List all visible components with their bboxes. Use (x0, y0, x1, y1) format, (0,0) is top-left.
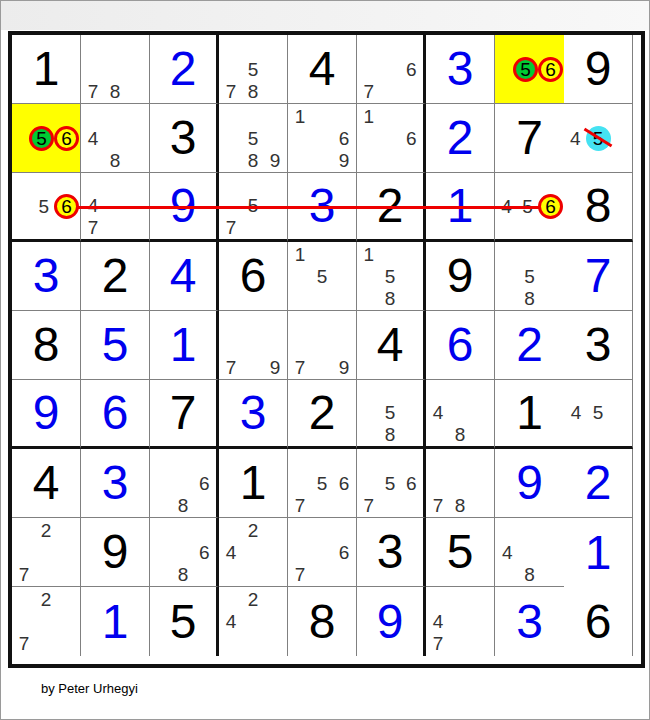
candidate-grid: 158 (358, 243, 422, 309)
given-digit: 1 (516, 389, 543, 437)
cell-r7c1[interactable]: 4 (12, 449, 81, 518)
cell-r5c8[interactable]: 2 (495, 311, 564, 380)
candidate-grid: 79 (220, 312, 286, 378)
candidate-5: 5 (34, 194, 55, 219)
solved-digit: 3 (102, 459, 129, 507)
given-digit: 3 (170, 114, 197, 162)
candidate-1: 1 (358, 243, 379, 265)
given-digit: 9 (447, 252, 474, 300)
candidate-4: 4 (565, 402, 587, 423)
candidate-grid: 48 (427, 381, 493, 445)
cell-r4c2[interactable]: 2 (81, 242, 150, 311)
candidate-8: 8 (242, 149, 264, 171)
candidate-7: 7 (289, 356, 311, 378)
candidate-6: 6 (401, 58, 422, 80)
solved-digit: 7 (585, 252, 612, 300)
cell-r8c1[interactable]: 27 (12, 518, 81, 587)
cell-r6c1[interactable]: 9 (12, 380, 81, 449)
solved-digit: 9 (33, 389, 60, 437)
cell-r1c6[interactable]: 67 (357, 35, 426, 104)
cell-r1c4[interactable]: 578 (219, 35, 288, 104)
candidate-7: 7 (220, 80, 242, 102)
given-digit: 2 (309, 389, 336, 437)
cell-r4c8[interactable]: 58 (495, 242, 564, 311)
cell-r1c1[interactable]: 1 (12, 35, 81, 104)
top-bar (1, 1, 649, 30)
candidate-7: 7 (13, 633, 35, 655)
given-digit: 9 (585, 45, 612, 93)
candidate-2: 2 (35, 519, 57, 541)
footer: by Peter Urhegyi (41, 681, 649, 696)
candidate-grid: 48 (82, 105, 148, 171)
cell-r2c8[interactable]: 7 (495, 104, 564, 173)
solved-digit: 3 (516, 598, 543, 646)
given-digit: 3 (377, 528, 404, 576)
candidate-grid: 169 (289, 105, 355, 171)
candidate-grid: 45 (565, 381, 631, 445)
cell-r5c2[interactable]: 5 (81, 311, 150, 380)
cell-r6c9[interactable]: 45 (564, 380, 633, 449)
red-link-line (70, 206, 553, 209)
given-digit: 4 (309, 45, 336, 93)
solved-digit: 2 (447, 114, 474, 162)
cell-r9c5[interactable]: 8 (288, 587, 357, 656)
cell-r8c7[interactable]: 5 (426, 518, 495, 587)
candidate-grid: 589 (220, 105, 286, 171)
solved-digit: 2 (516, 321, 543, 369)
candidate-grid: 78 (427, 450, 493, 516)
given-digit: 1 (33, 45, 60, 93)
cell-r2c1[interactable]: 56 (12, 104, 81, 173)
candidate-7: 7 (358, 80, 379, 102)
given-digit: 2 (102, 252, 129, 300)
candidate-7: 7 (289, 494, 311, 516)
cell-r7c7[interactable]: 78 (426, 449, 495, 518)
candidate-grid: 67 (289, 519, 355, 585)
candidate-grid: 56 (13, 174, 79, 238)
candidate-5: 5 (379, 402, 400, 423)
given-digit: 8 (33, 321, 60, 369)
cell-r7c2[interactable]: 3 (81, 449, 150, 518)
cell-r1c8[interactable]: 56 (495, 35, 564, 104)
solved-digit: 1 (102, 598, 129, 646)
candidate-2: 2 (242, 519, 264, 541)
candidate-4: 4 (427, 402, 449, 423)
solved-digit: 6 (102, 389, 129, 437)
cell-r9c1[interactable]: 27 (12, 587, 81, 656)
candidate-grid: 567 (289, 450, 355, 516)
cell-r3c9[interactable]: 8 (564, 173, 633, 242)
candidate-9: 9 (333, 149, 355, 171)
cell-r4c5[interactable]: 15 (288, 242, 357, 311)
cell-r9c6[interactable]: 9 (357, 587, 426, 656)
cell-r8c2[interactable]: 9 (81, 518, 150, 587)
candidate-8: 8 (104, 149, 126, 171)
candidate-5: 5 (513, 57, 538, 82)
cell-r2c4[interactable]: 589 (219, 104, 288, 173)
solved-digit: 9 (377, 598, 404, 646)
solved-digit: 2 (585, 459, 612, 507)
cell-r8c5[interactable]: 67 (288, 518, 357, 587)
candidate-9: 9 (264, 356, 286, 378)
candidate-grid: 78 (82, 36, 148, 102)
given-digit: 1 (240, 459, 267, 507)
candidate-4: 4 (427, 610, 449, 632)
cell-r6c3[interactable]: 7 (150, 380, 219, 449)
candidate-1: 1 (289, 243, 311, 265)
candidate-grid: 56 (496, 36, 563, 102)
cell-r7c8[interactable]: 9 (495, 449, 564, 518)
given-digit: 6 (240, 252, 267, 300)
candidate-8: 8 (449, 494, 471, 516)
candidate-6: 6 (194, 472, 215, 494)
candidate-7: 7 (220, 356, 242, 378)
cell-r1c2[interactable]: 78 (81, 35, 150, 104)
candidate-7: 7 (13, 563, 35, 585)
candidate-grid: 67 (358, 36, 422, 102)
candidate-6: 6 (538, 57, 563, 82)
elimination-slash (583, 127, 612, 147)
given-digit: 9 (102, 528, 129, 576)
cell-r1c9[interactable]: 9 (564, 35, 633, 104)
candidate-grid: 24 (220, 588, 286, 655)
candidate-grid: 58 (358, 381, 422, 445)
candidate-8: 8 (518, 563, 540, 585)
candidate-grid: 68 (151, 519, 215, 585)
given-digit: 7 (170, 389, 197, 437)
cell-r2c6[interactable]: 16 (357, 104, 426, 173)
cell-r7c6[interactable]: 567 (357, 449, 426, 518)
candidate-7: 7 (220, 217, 242, 238)
candidate-5: 5 (379, 472, 400, 494)
candidate-4: 4 (496, 541, 518, 563)
given-digit: 5 (170, 598, 197, 646)
candidate-6: 6 (54, 126, 79, 151)
candidate-7: 7 (82, 80, 104, 102)
candidate-8: 8 (379, 287, 400, 309)
cell-r8c4[interactable]: 24 (219, 518, 288, 587)
cell-r5c5[interactable]: 79 (288, 311, 357, 380)
solved-digit: 3 (33, 252, 60, 300)
cell-r9c9[interactable]: 6 (564, 587, 633, 656)
candidate-8: 8 (242, 80, 264, 102)
given-digit: 4 (377, 321, 404, 369)
candidate-grid: 56 (13, 105, 79, 171)
candidate-4: 4 (565, 126, 586, 151)
given-digit: 6 (585, 598, 612, 646)
cell-r6c7[interactable]: 48 (426, 380, 495, 449)
candidate-2: 2 (35, 588, 57, 610)
solved-digit: 5 (102, 321, 129, 369)
cell-r8c3[interactable]: 68 (150, 518, 219, 587)
cell-r2c2[interactable]: 48 (81, 104, 150, 173)
candidate-6: 6 (333, 127, 355, 149)
candidate-6: 6 (333, 541, 355, 563)
cell-r4c6[interactable]: 158 (357, 242, 426, 311)
board-frame: 1782578467356956483589169162745564795732… (8, 31, 645, 668)
candidate-6: 6 (401, 472, 422, 494)
candidate-4: 4 (82, 127, 104, 149)
candidate-9: 9 (333, 356, 355, 378)
candidate-8: 8 (518, 287, 540, 309)
candidate-7: 7 (427, 633, 449, 655)
candidate-grid: 578 (220, 36, 286, 102)
cell-r2c7[interactable]: 2 (426, 104, 495, 173)
candidate-grid: 79 (289, 312, 355, 378)
candidate-1: 1 (358, 105, 379, 127)
cell-r5c3[interactable]: 1 (150, 311, 219, 380)
solved-digit: 4 (170, 252, 197, 300)
candidate-5: 5 (518, 265, 540, 287)
candidate-grid: 48 (496, 519, 563, 585)
candidate-8: 8 (449, 424, 471, 445)
cell-r9c8[interactable]: 3 (495, 587, 564, 656)
cell-r8c9[interactable]: 1 (564, 518, 633, 587)
cell-r5c7[interactable]: 6 (426, 311, 495, 380)
cell-r4c3[interactable]: 4 (150, 242, 219, 311)
given-digit: 7 (516, 114, 543, 162)
candidate-5: 5 (29, 126, 54, 151)
candidate-6: 6 (54, 194, 79, 219)
solved-digit: 2 (170, 45, 197, 93)
cell-r6c8[interactable]: 1 (495, 380, 564, 449)
cell-r6c4[interactable]: 3 (219, 380, 288, 449)
cell-r1c7[interactable]: 3 (426, 35, 495, 104)
given-digit: 5 (447, 528, 474, 576)
candidate-6: 6 (194, 541, 215, 563)
candidate-5: 5 (587, 402, 609, 423)
candidate-9: 9 (264, 149, 286, 171)
cell-r6c5[interactable]: 2 (288, 380, 357, 449)
cell-r9c2[interactable]: 1 (81, 587, 150, 656)
cell-r4c7[interactable]: 9 (426, 242, 495, 311)
cell-r7c4[interactable]: 1 (219, 449, 288, 518)
cell-r4c1[interactable]: 3 (12, 242, 81, 311)
candidate-8: 8 (379, 424, 400, 445)
candidate-7: 7 (289, 563, 311, 585)
solved-digit: 3 (447, 45, 474, 93)
candidate-grid: 45 (565, 105, 631, 171)
candidate-grid: 27 (13, 588, 79, 655)
cell-r2c9[interactable]: 45 (564, 104, 633, 173)
candidate-5: 5 (379, 265, 400, 287)
candidate-2: 2 (242, 588, 264, 610)
candidate-5: 5 (242, 58, 264, 80)
cell-r4c9[interactable]: 7 (564, 242, 633, 311)
given-digit: 3 (585, 321, 612, 369)
cell-r1c3[interactable]: 2 (150, 35, 219, 104)
cell-r7c3[interactable]: 68 (150, 449, 219, 518)
cell-r7c5[interactable]: 567 (288, 449, 357, 518)
candidate-5: 5 (311, 472, 333, 494)
given-digit: 8 (309, 598, 336, 646)
cell-r7c9[interactable]: 2 (564, 449, 633, 518)
cell-r5c6[interactable]: 4 (357, 311, 426, 380)
candidate-8: 8 (104, 80, 126, 102)
solved-digit: 1 (585, 529, 612, 577)
cell-r3c1[interactable]: 56 (12, 173, 81, 242)
candidate-1: 1 (289, 105, 311, 127)
candidate-8: 8 (172, 494, 193, 516)
cell-r5c1[interactable]: 8 (12, 311, 81, 380)
sudoku-board: 1782578467356956483589169162745564795732… (12, 35, 633, 656)
solved-digit: 3 (240, 389, 267, 437)
candidate-7: 7 (358, 494, 379, 516)
cell-r2c5[interactable]: 169 (288, 104, 357, 173)
candidate-6: 6 (538, 194, 563, 219)
solved-digit: 6 (447, 321, 474, 369)
solved-digit: 1 (170, 321, 197, 369)
cell-r6c2[interactable]: 6 (81, 380, 150, 449)
candidate-grid: 47 (427, 588, 493, 655)
candidate-grid: 567 (358, 450, 422, 516)
cell-r5c9[interactable]: 3 (564, 311, 633, 380)
candidate-5: 5 (311, 265, 333, 287)
candidate-grid: 16 (358, 105, 422, 171)
cell-r1c5[interactable]: 4 (288, 35, 357, 104)
candidate-5: 5 (242, 127, 264, 149)
cell-r6c6[interactable]: 58 (357, 380, 426, 449)
given-digit: 8 (585, 182, 612, 230)
cell-r9c4[interactable]: 24 (219, 587, 288, 656)
given-digit: 4 (33, 459, 60, 507)
cell-r4c4[interactable]: 6 (219, 242, 288, 311)
cell-r2c3[interactable]: 3 (150, 104, 219, 173)
cell-r9c3[interactable]: 5 (150, 587, 219, 656)
app-window: 1782578467356956483589169162745564795732… (0, 0, 650, 720)
candidate-grid: 15 (289, 243, 355, 309)
cell-r8c6[interactable]: 3 (357, 518, 426, 587)
candidate-grid: 27 (13, 519, 79, 585)
candidate-grid: 24 (220, 519, 286, 585)
candidate-4: 4 (220, 610, 242, 632)
candidate-grid: 58 (496, 243, 563, 309)
candidate-6: 6 (401, 127, 422, 149)
cell-r9c7[interactable]: 47 (426, 587, 495, 656)
candidate-7: 7 (427, 494, 449, 516)
cell-r5c4[interactable]: 79 (219, 311, 288, 380)
candidate-4: 4 (220, 541, 242, 563)
candidate-8: 8 (172, 563, 193, 585)
candidate-7: 7 (82, 217, 104, 238)
cell-r8c8[interactable]: 48 (495, 518, 564, 587)
candidate-6: 6 (333, 472, 355, 494)
solved-digit: 9 (516, 459, 543, 507)
author-credit: by Peter Urhegyi (41, 681, 138, 696)
candidate-5: 5 (586, 126, 611, 151)
candidate-grid: 68 (151, 450, 215, 516)
